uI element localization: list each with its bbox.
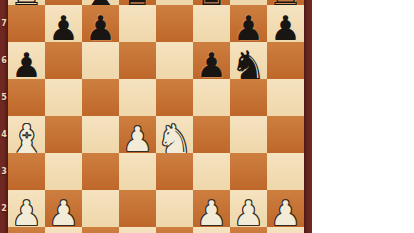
square-f5[interactable] [193,79,230,116]
square-a3[interactable] [8,153,45,190]
square-g2[interactable]: ♟ [230,190,267,227]
square-c5[interactable] [82,79,119,116]
square-e6[interactable] [156,42,193,79]
rank-label-6: 6 [0,56,8,66]
square-b6[interactable] [45,42,82,79]
white-king-g1[interactable]: ♚ [231,232,267,233]
square-f6[interactable]: ♟ [193,42,230,79]
white-rook-a1[interactable]: ♜ [9,232,45,233]
square-c2[interactable] [82,190,119,227]
square-f7[interactable] [193,5,230,42]
page: ♜♝♛♚♜♟♟♟♟♟♟♞♝♟♞♟♟♟♟♟♜♛♜♚ 765432 [0,0,414,233]
square-f3[interactable] [193,153,230,190]
square-a2[interactable]: ♟ [8,190,45,227]
rank-label-2: 2 [0,204,8,214]
square-e7[interactable] [156,5,193,42]
square-b3[interactable] [45,153,82,190]
chess-board-grid: ♜♝♛♚♜♟♟♟♟♟♟♞♝♟♞♟♟♟♟♟♜♛♜♚ [8,0,304,233]
square-d3[interactable] [119,153,156,190]
rank-label-4: 4 [0,130,8,140]
square-a6[interactable]: ♟ [8,42,45,79]
square-f4[interactable] [193,116,230,153]
square-g5[interactable] [230,79,267,116]
square-a1[interactable]: ♜ [8,227,45,233]
square-f1[interactable] [193,227,230,233]
square-b1[interactable] [45,227,82,233]
square-h7[interactable]: ♟ [267,5,304,42]
square-d7[interactable] [119,5,156,42]
square-h3[interactable] [267,153,304,190]
square-c1[interactable] [82,227,119,233]
square-b4[interactable] [45,116,82,153]
square-e5[interactable] [156,79,193,116]
square-d2[interactable] [119,190,156,227]
square-b7[interactable]: ♟ [45,5,82,42]
square-e2[interactable] [156,190,193,227]
square-g3[interactable] [230,153,267,190]
square-b2[interactable]: ♟ [45,190,82,227]
square-a5[interactable] [8,79,45,116]
rank-label-5: 5 [0,93,8,103]
square-d5[interactable] [119,79,156,116]
square-c3[interactable] [82,153,119,190]
square-h4[interactable] [267,116,304,153]
square-a4[interactable]: ♝ [8,116,45,153]
rank-label-3: 3 [0,167,8,177]
white-rook-e1[interactable]: ♜ [157,232,193,233]
rank-label-7: 7 [0,19,8,29]
square-h2[interactable]: ♟ [267,190,304,227]
square-g1[interactable]: ♚ [230,227,267,233]
square-h1[interactable] [267,227,304,233]
square-h6[interactable] [267,42,304,79]
square-g6[interactable]: ♞ [230,42,267,79]
square-g4[interactable] [230,116,267,153]
square-f2[interactable]: ♟ [193,190,230,227]
square-h5[interactable] [267,79,304,116]
square-a7[interactable] [8,5,45,42]
square-b5[interactable] [45,79,82,116]
square-d6[interactable] [119,42,156,79]
square-e3[interactable] [156,153,193,190]
white-queen-d1[interactable]: ♛ [120,232,156,233]
square-c7[interactable]: ♟ [82,5,119,42]
square-g7[interactable]: ♟ [230,5,267,42]
square-c6[interactable] [82,42,119,79]
square-c4[interactable] [82,116,119,153]
square-e1[interactable]: ♜ [156,227,193,233]
square-e4[interactable]: ♞ [156,116,193,153]
chess-board-frame: ♜♝♛♚♜♟♟♟♟♟♟♞♝♟♞♟♟♟♟♟♜♛♜♚ 765432 [0,0,312,233]
square-d4[interactable]: ♟ [119,116,156,153]
square-d1[interactable]: ♛ [119,227,156,233]
